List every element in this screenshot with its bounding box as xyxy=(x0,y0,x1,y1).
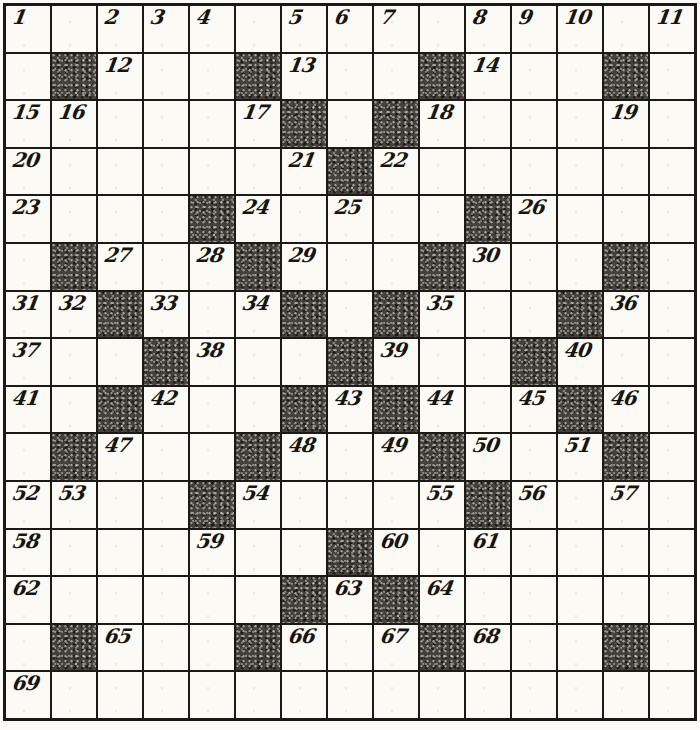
clue-number: 66 xyxy=(286,624,315,649)
grid-cell[interactable]: 34 xyxy=(236,292,280,338)
black-cell xyxy=(604,244,648,290)
clue-number: 4 xyxy=(194,5,210,30)
grid-cell[interactable]: 9 xyxy=(512,6,556,52)
grid-cell[interactable]: 12 xyxy=(98,54,142,100)
clue-number: 31 xyxy=(10,291,39,316)
grid-cell[interactable]: 49 xyxy=(374,434,418,480)
grid-cell[interactable] xyxy=(52,339,96,385)
grid-cell[interactable] xyxy=(558,482,602,528)
clue-number: 48 xyxy=(286,433,315,458)
black-cell xyxy=(512,339,556,385)
grid-cell[interactable]: 25 xyxy=(328,196,372,242)
grid-cell[interactable]: 61 xyxy=(466,530,510,576)
grid-cell[interactable] xyxy=(558,196,602,242)
clue-number: 10 xyxy=(562,5,591,30)
grid-cell[interactable]: 14 xyxy=(466,54,510,100)
clue-number: 57 xyxy=(608,481,637,506)
grid-cell[interactable]: 6 xyxy=(328,6,372,52)
grid-cell[interactable] xyxy=(650,339,694,385)
black-cell xyxy=(420,244,464,290)
grid-cell[interactable] xyxy=(512,530,556,576)
grid-cell[interactable] xyxy=(420,149,464,195)
clue-number: 51 xyxy=(562,433,591,458)
grid-cell[interactable] xyxy=(236,6,280,52)
grid-cell[interactable] xyxy=(6,54,50,100)
grid-cell[interactable]: 66 xyxy=(282,625,326,671)
black-cell xyxy=(52,625,96,671)
grid-cell[interactable]: 17 xyxy=(236,101,280,147)
clue-number: 39 xyxy=(378,338,407,363)
clue-number: 63 xyxy=(332,576,361,601)
grid-cell[interactable] xyxy=(52,530,96,576)
grid-cell[interactable]: 32 xyxy=(52,292,96,338)
clue-number: 12 xyxy=(102,53,131,78)
grid-cell[interactable] xyxy=(144,196,188,242)
grid-cell[interactable] xyxy=(144,244,188,290)
grid-cell[interactable] xyxy=(328,434,372,480)
grid-cell[interactable] xyxy=(282,339,326,385)
grid-cell[interactable] xyxy=(466,101,510,147)
grid-cell[interactable] xyxy=(604,6,648,52)
grid-cell[interactable] xyxy=(236,530,280,576)
black-cell xyxy=(558,292,602,338)
grid-cell[interactable]: 58 xyxy=(6,530,50,576)
grid-cell[interactable]: 1 xyxy=(6,6,50,52)
clue-number: 24 xyxy=(240,195,269,220)
grid-cell[interactable] xyxy=(144,101,188,147)
grid-cell[interactable] xyxy=(190,292,234,338)
grid-cell[interactable] xyxy=(650,434,694,480)
clue-number: 62 xyxy=(10,576,39,601)
clue-number: 42 xyxy=(148,386,177,411)
grid-cell[interactable] xyxy=(6,434,50,480)
grid-cell[interactable] xyxy=(604,672,648,718)
grid-cell[interactable]: 4 xyxy=(190,6,234,52)
grid-cell[interactable] xyxy=(190,54,234,100)
grid-cell[interactable] xyxy=(282,482,326,528)
clue-number: 49 xyxy=(378,433,407,458)
grid-cell[interactable] xyxy=(558,244,602,290)
grid-cell[interactable]: 48 xyxy=(282,434,326,480)
black-cell xyxy=(98,292,142,338)
grid-cell[interactable]: 59 xyxy=(190,530,234,576)
clue-number: 30 xyxy=(470,243,499,268)
clue-number: 55 xyxy=(424,481,453,506)
grid-cell[interactable] xyxy=(650,625,694,671)
clue-number: 16 xyxy=(56,100,85,125)
grid-cell[interactable] xyxy=(144,577,188,623)
black-cell xyxy=(420,625,464,671)
grid-cell[interactable]: 28 xyxy=(190,244,234,290)
grid-cell[interactable] xyxy=(328,244,372,290)
grid-cell[interactable]: 10 xyxy=(558,6,602,52)
grid-cell[interactable]: 16 xyxy=(52,101,96,147)
clue-number: 36 xyxy=(608,291,637,316)
clue-number: 43 xyxy=(332,386,361,411)
grid-cell[interactable]: 39 xyxy=(374,339,418,385)
clue-number: 44 xyxy=(424,386,453,411)
clue-number: 50 xyxy=(470,433,499,458)
grid-cell[interactable] xyxy=(190,625,234,671)
clue-number: 40 xyxy=(562,338,591,363)
clue-number: 38 xyxy=(194,338,223,363)
grid-cell[interactable] xyxy=(98,149,142,195)
grid-cell[interactable]: 42 xyxy=(144,387,188,433)
grid-cell[interactable]: 69 xyxy=(6,672,50,718)
grid-cell[interactable]: 20 xyxy=(6,149,50,195)
grid-cell[interactable] xyxy=(52,149,96,195)
grid-cell[interactable]: 45 xyxy=(512,387,556,433)
clue-number: 20 xyxy=(10,148,39,173)
grid-cell[interactable] xyxy=(98,530,142,576)
black-cell xyxy=(282,292,326,338)
grid-cell[interactable] xyxy=(650,54,694,100)
grid-cell[interactable] xyxy=(558,54,602,100)
grid-cell[interactable]: 54 xyxy=(236,482,280,528)
grid-cell[interactable]: 23 xyxy=(6,196,50,242)
grid-cell[interactable] xyxy=(6,625,50,671)
grid-cell[interactable]: 33 xyxy=(144,292,188,338)
grid-cell[interactable] xyxy=(466,672,510,718)
grid-cell[interactable] xyxy=(512,101,556,147)
grid-cell[interactable] xyxy=(236,672,280,718)
grid-cell[interactable] xyxy=(328,482,372,528)
grid-cell[interactable] xyxy=(420,530,464,576)
grid-cell[interactable]: 3 xyxy=(144,6,188,52)
grid-cell[interactable] xyxy=(466,577,510,623)
scanned-crossword-page: 1234567891011121314151617181920212223242… xyxy=(0,0,700,730)
grid-cell[interactable] xyxy=(328,54,372,100)
clue-number: 14 xyxy=(470,53,499,78)
grid-cell[interactable]: 38 xyxy=(190,339,234,385)
grid-cell[interactable] xyxy=(144,530,188,576)
grid-cell[interactable] xyxy=(98,482,142,528)
grid-cell[interactable] xyxy=(236,149,280,195)
clue-number: 52 xyxy=(10,481,39,506)
grid-cell[interactable] xyxy=(650,577,694,623)
grid-cell[interactable] xyxy=(558,530,602,576)
black-cell xyxy=(52,244,96,290)
grid-cell[interactable]: 50 xyxy=(466,434,510,480)
clue-number: 29 xyxy=(286,243,315,268)
grid-cell[interactable]: 2 xyxy=(98,6,142,52)
grid-cell[interactable]: 36 xyxy=(604,292,648,338)
grid-cell[interactable]: 11 xyxy=(650,6,694,52)
grid-cell[interactable]: 24 xyxy=(236,196,280,242)
grid-cell[interactable] xyxy=(604,149,648,195)
grid-cell[interactable] xyxy=(144,149,188,195)
clue-number: 6 xyxy=(332,5,348,30)
grid-cell[interactable]: 35 xyxy=(420,292,464,338)
grid-cell[interactable] xyxy=(512,577,556,623)
clue-number: 2 xyxy=(102,5,118,30)
grid-cell[interactable] xyxy=(190,434,234,480)
grid-cell[interactable]: 43 xyxy=(328,387,372,433)
grid-cell[interactable] xyxy=(328,625,372,671)
grid-cell[interactable] xyxy=(650,672,694,718)
clue-number: 59 xyxy=(194,529,223,554)
black-cell xyxy=(558,387,602,433)
clue-number: 67 xyxy=(378,624,407,649)
black-cell xyxy=(98,387,142,433)
grid-cell[interactable]: 68 xyxy=(466,625,510,671)
grid-cell[interactable] xyxy=(374,54,418,100)
clue-number: 35 xyxy=(424,291,453,316)
clue-number: 64 xyxy=(424,576,453,601)
black-cell xyxy=(466,196,510,242)
clue-number: 13 xyxy=(286,53,315,78)
grid-cell[interactable] xyxy=(466,339,510,385)
grid-cell[interactable]: 21 xyxy=(282,149,326,195)
grid-cell[interactable] xyxy=(420,196,464,242)
grid-cell[interactable] xyxy=(650,482,694,528)
grid-cell[interactable]: 44 xyxy=(420,387,464,433)
clue-number: 17 xyxy=(240,100,269,125)
grid-cell[interactable] xyxy=(52,672,96,718)
black-cell xyxy=(420,434,464,480)
grid-cell[interactable]: 30 xyxy=(466,244,510,290)
grid-cell[interactable] xyxy=(650,292,694,338)
black-cell xyxy=(466,482,510,528)
clue-number: 68 xyxy=(470,624,499,649)
black-cell xyxy=(236,625,280,671)
clue-number: 37 xyxy=(10,338,39,363)
grid-cell[interactable] xyxy=(144,434,188,480)
black-cell xyxy=(374,292,418,338)
black-cell xyxy=(236,244,280,290)
grid-cell[interactable]: 13 xyxy=(282,54,326,100)
grid-cell[interactable]: 40 xyxy=(558,339,602,385)
black-cell xyxy=(374,577,418,623)
grid-cell[interactable]: 18 xyxy=(420,101,464,147)
grid-cell[interactable] xyxy=(466,387,510,433)
black-cell xyxy=(190,196,234,242)
clue-number: 41 xyxy=(10,386,39,411)
grid-cell[interactable] xyxy=(144,672,188,718)
clue-number: 69 xyxy=(10,671,39,696)
grid-cell[interactable] xyxy=(420,672,464,718)
grid-cell[interactable] xyxy=(236,339,280,385)
black-cell xyxy=(328,530,372,576)
clue-number: 18 xyxy=(424,100,453,125)
black-cell xyxy=(420,54,464,100)
clue-number: 60 xyxy=(378,529,407,554)
grid-cell[interactable] xyxy=(328,672,372,718)
grid-cell[interactable]: 67 xyxy=(374,625,418,671)
grid-cell[interactable]: 29 xyxy=(282,244,326,290)
black-cell xyxy=(328,149,372,195)
grid-cell[interactable]: 55 xyxy=(420,482,464,528)
grid-cell[interactable] xyxy=(374,196,418,242)
grid-cell[interactable] xyxy=(98,672,142,718)
grid-cell[interactable] xyxy=(374,244,418,290)
clue-number: 56 xyxy=(516,481,545,506)
grid-cell[interactable]: 47 xyxy=(98,434,142,480)
grid-cell[interactable] xyxy=(512,434,556,480)
grid-cell[interactable]: 60 xyxy=(374,530,418,576)
grid-cell[interactable]: 22 xyxy=(374,149,418,195)
clue-number: 32 xyxy=(56,291,85,316)
grid-cell[interactable] xyxy=(650,244,694,290)
black-cell xyxy=(144,339,188,385)
grid-cell[interactable]: 46 xyxy=(604,387,648,433)
grid-cell[interactable] xyxy=(52,6,96,52)
clue-number: 34 xyxy=(240,291,269,316)
clue-number: 58 xyxy=(10,529,39,554)
grid-cell[interactable]: 41 xyxy=(6,387,50,433)
grid-cell[interactable]: 7 xyxy=(374,6,418,52)
grid-cell[interactable]: 37 xyxy=(6,339,50,385)
grid-cell[interactable]: 63 xyxy=(328,577,372,623)
grid-cell[interactable] xyxy=(144,625,188,671)
grid-cell[interactable] xyxy=(558,625,602,671)
black-cell xyxy=(52,434,96,480)
black-cell xyxy=(328,339,372,385)
grid-cell[interactable] xyxy=(236,577,280,623)
black-cell xyxy=(282,577,326,623)
grid-cell[interactable] xyxy=(98,577,142,623)
grid-cell[interactable] xyxy=(190,672,234,718)
clue-number: 46 xyxy=(608,386,637,411)
clue-number: 28 xyxy=(194,243,223,268)
grid-cell[interactable] xyxy=(466,149,510,195)
grid-cell[interactable]: 8 xyxy=(466,6,510,52)
grid-cell[interactable]: 56 xyxy=(512,482,556,528)
grid-cell[interactable] xyxy=(466,292,510,338)
grid-cell[interactable] xyxy=(52,196,96,242)
grid-cell[interactable] xyxy=(650,387,694,433)
grid-cell[interactable] xyxy=(6,244,50,290)
crossword-grid: 1234567891011121314151617181920212223242… xyxy=(3,3,697,721)
clue-number: 33 xyxy=(148,291,177,316)
grid-cell[interactable] xyxy=(650,196,694,242)
grid-cell[interactable] xyxy=(236,387,280,433)
grid-cell[interactable]: 51 xyxy=(558,434,602,480)
black-cell xyxy=(282,387,326,433)
grid-cell[interactable] xyxy=(282,196,326,242)
grid-cell[interactable] xyxy=(98,101,142,147)
black-cell xyxy=(190,482,234,528)
clue-number: 54 xyxy=(240,481,269,506)
grid-cell[interactable] xyxy=(98,339,142,385)
grid-cell[interactable] xyxy=(558,149,602,195)
grid-cell[interactable] xyxy=(190,387,234,433)
grid-cell[interactable] xyxy=(52,577,96,623)
grid-cell[interactable]: 53 xyxy=(52,482,96,528)
grid-cell[interactable] xyxy=(604,196,648,242)
clue-number: 27 xyxy=(102,243,131,268)
clue-number: 11 xyxy=(654,5,683,30)
black-cell xyxy=(374,387,418,433)
grid-cell[interactable] xyxy=(512,54,556,100)
grid-cell[interactable] xyxy=(374,672,418,718)
clue-number: 22 xyxy=(378,148,407,173)
clue-number: 9 xyxy=(516,5,532,30)
grid-cell[interactable]: 57 xyxy=(604,482,648,528)
grid-cell[interactable] xyxy=(512,244,556,290)
grid-cell[interactable] xyxy=(604,577,648,623)
grid-cell[interactable] xyxy=(328,101,372,147)
grid-cell[interactable] xyxy=(512,149,556,195)
clue-number: 65 xyxy=(102,624,131,649)
grid-cell[interactable]: 52 xyxy=(6,482,50,528)
grid-cell[interactable]: 26 xyxy=(512,196,556,242)
clue-number: 47 xyxy=(102,433,131,458)
black-cell xyxy=(236,54,280,100)
black-cell xyxy=(604,54,648,100)
clue-number: 15 xyxy=(10,100,39,125)
grid-cell[interactable] xyxy=(190,101,234,147)
grid-cell[interactable] xyxy=(558,577,602,623)
grid-cell[interactable] xyxy=(604,339,648,385)
clue-number: 3 xyxy=(148,5,164,30)
clue-number: 26 xyxy=(516,195,545,220)
grid-cell[interactable] xyxy=(144,54,188,100)
clue-number: 23 xyxy=(10,195,39,220)
grid-cell[interactable] xyxy=(144,482,188,528)
grid-cell[interactable] xyxy=(52,387,96,433)
black-cell xyxy=(374,101,418,147)
grid-cell[interactable]: 15 xyxy=(6,101,50,147)
grid-cell[interactable]: 19 xyxy=(604,101,648,147)
clue-number: 7 xyxy=(378,5,394,30)
black-cell xyxy=(282,101,326,147)
grid-cell[interactable] xyxy=(282,530,326,576)
grid-cell[interactable] xyxy=(558,672,602,718)
grid-cell[interactable] xyxy=(650,101,694,147)
grid-cell[interactable] xyxy=(282,672,326,718)
grid-cell[interactable] xyxy=(512,625,556,671)
black-cell xyxy=(236,434,280,480)
grid-cell[interactable]: 31 xyxy=(6,292,50,338)
clue-number: 53 xyxy=(56,481,85,506)
grid-cell[interactable] xyxy=(512,292,556,338)
grid-cell[interactable] xyxy=(512,672,556,718)
black-cell xyxy=(52,54,96,100)
grid-cell[interactable] xyxy=(420,6,464,52)
grid-cell[interactable] xyxy=(420,339,464,385)
grid-cell[interactable] xyxy=(374,482,418,528)
grid-cell[interactable] xyxy=(190,577,234,623)
clue-number: 19 xyxy=(608,100,637,125)
clue-number: 25 xyxy=(332,195,361,220)
grid-cell[interactable] xyxy=(98,196,142,242)
black-cell xyxy=(604,434,648,480)
clue-number: 5 xyxy=(286,5,302,30)
grid-cell[interactable]: 65 xyxy=(98,625,142,671)
grid-cell[interactable] xyxy=(328,292,372,338)
grid-cell[interactable]: 27 xyxy=(98,244,142,290)
clue-number: 45 xyxy=(516,386,545,411)
grid-cell[interactable] xyxy=(604,530,648,576)
clue-number: 8 xyxy=(470,5,486,30)
clue-number: 61 xyxy=(470,529,499,554)
grid-cell[interactable]: 62 xyxy=(6,577,50,623)
grid-cell[interactable] xyxy=(190,149,234,195)
black-cell xyxy=(604,625,648,671)
grid-cell[interactable] xyxy=(650,149,694,195)
grid-cell[interactable] xyxy=(558,101,602,147)
clue-number: 21 xyxy=(286,148,315,173)
grid-cell[interactable]: 64 xyxy=(420,577,464,623)
grid-cell[interactable] xyxy=(650,530,694,576)
clue-number: 1 xyxy=(10,5,26,30)
grid-cell[interactable]: 5 xyxy=(282,6,326,52)
